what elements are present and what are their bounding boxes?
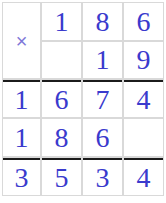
cell-r5c4: 4 (124, 158, 163, 195)
cell-r4c2: 8 (42, 119, 81, 156)
cell-r1c4: 6 (124, 3, 163, 40)
cell-r1c2: 1 (42, 3, 81, 40)
cell-r3c2: 6 (42, 80, 81, 117)
cell-r4c4 (124, 119, 163, 156)
multiplication-worksheet: ×1861916741863534 (0, 0, 166, 203)
cell-r2c2 (42, 42, 81, 78)
cell-r5c2: 5 (42, 158, 81, 195)
cell-r3c4: 4 (124, 80, 163, 117)
cell-r3c3: 7 (83, 80, 122, 117)
multiplication-board: ×1861916741863534 (2, 2, 164, 196)
multiply-operator: × (3, 3, 40, 78)
cell-r5c3: 3 (83, 158, 122, 195)
cell-r4c1: 1 (3, 119, 40, 156)
cell-r1c3: 8 (83, 3, 122, 40)
cell-r2c4: 9 (124, 42, 163, 78)
cell-r2c3: 1 (83, 42, 122, 78)
cell-r4c3: 6 (83, 119, 122, 156)
cell-r5c1: 3 (3, 158, 40, 195)
cell-r3c1: 1 (3, 80, 40, 117)
